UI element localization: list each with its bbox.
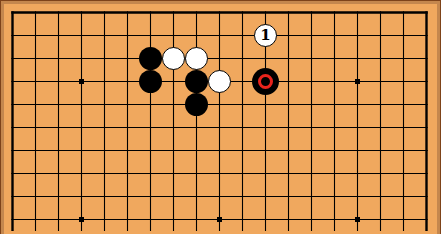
board-frame: 1 [1, 1, 440, 234]
black-stone-circle-marked [252, 68, 279, 95]
white-stone [185, 47, 208, 70]
circle-marker-icon [258, 74, 273, 89]
white-stone [208, 70, 231, 93]
stones-layer: 1 [1, 1, 438, 231]
black-stone [139, 47, 162, 70]
move-number-label: 1 [260, 28, 270, 43]
white-stone [162, 47, 185, 70]
black-stone [185, 70, 208, 93]
go-board-diagram: 1 [0, 0, 441, 234]
black-stone [185, 93, 208, 116]
goban: 1 [4, 4, 437, 234]
white-stone-numbered: 1 [254, 24, 277, 47]
black-stone [139, 70, 162, 93]
